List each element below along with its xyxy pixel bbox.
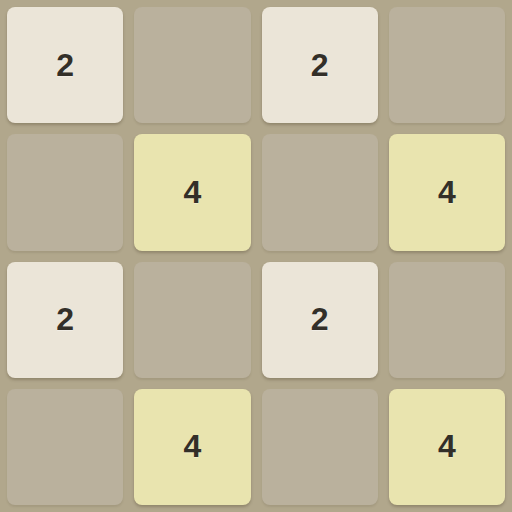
tile-4-r2c4: 4 <box>389 134 505 250</box>
tile-2-r1c1: 2 <box>7 7 123 123</box>
tile-4-r4c4: 4 <box>389 389 505 505</box>
empty-cell-r4c3 <box>262 389 378 505</box>
empty-cell-r3c4 <box>389 262 505 378</box>
tile-2-r3c3: 2 <box>262 262 378 378</box>
empty-cell-r3c2 <box>134 262 250 378</box>
board-2048[interactable]: 22442244 <box>0 0 512 512</box>
empty-cell-r4c1 <box>7 389 123 505</box>
tile-4-r4c2: 4 <box>134 389 250 505</box>
empty-cell-r1c4 <box>389 7 505 123</box>
tile-2-r3c1: 2 <box>7 262 123 378</box>
empty-cell-r2c3 <box>262 134 378 250</box>
tile-2-r1c3: 2 <box>262 7 378 123</box>
empty-cell-r1c2 <box>134 7 250 123</box>
tile-4-r2c2: 4 <box>134 134 250 250</box>
empty-cell-r2c1 <box>7 134 123 250</box>
